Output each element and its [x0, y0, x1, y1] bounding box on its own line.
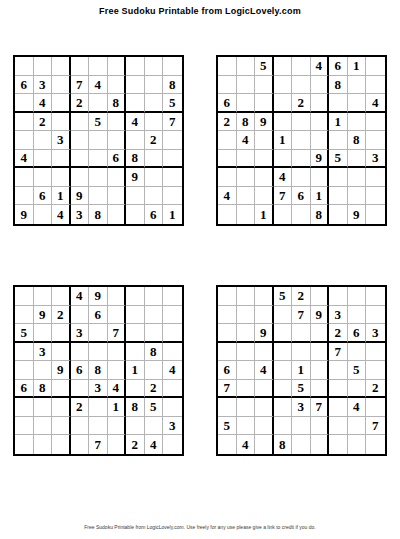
cell-r4c3 [52, 343, 71, 362]
cell-r6c3 [52, 380, 71, 399]
cell-r6c6: 6 [108, 150, 127, 169]
cell-r7c3 [255, 168, 274, 187]
cell-r6c8 [145, 150, 164, 169]
cell-r9c2 [34, 205, 53, 224]
cell-r3c5: 2 [292, 94, 311, 113]
cell-r1c4: 4 [71, 287, 90, 306]
cell-r3c9: 3 [366, 324, 385, 343]
cell-r4c8 [145, 113, 164, 132]
cell-r8c4: 9 [71, 187, 90, 206]
cell-r1c2 [34, 287, 53, 306]
cell-r8c5 [89, 417, 108, 436]
cell-r5c8: 5 [348, 361, 367, 380]
cell-r8c9: 3 [163, 417, 182, 436]
cell-r7c3 [255, 398, 274, 417]
cell-r4c7 [126, 343, 145, 362]
cell-r2c2: 9 [34, 306, 53, 325]
cell-r1c1 [218, 57, 237, 76]
cell-r2c5: 4 [89, 76, 108, 95]
sudoku-grid-bottom-right: 527939263764157523745748 [216, 285, 387, 456]
cell-r5c6 [108, 131, 127, 150]
cell-r4c5 [292, 113, 311, 132]
cell-r9c6 [108, 435, 127, 454]
cell-r3c6 [311, 94, 330, 113]
cell-r8c2 [34, 417, 53, 436]
cell-r5c4: 1 [274, 131, 293, 150]
cell-r9c7 [329, 435, 348, 454]
cell-r5c7: 1 [126, 361, 145, 380]
cell-r3c1: 5 [15, 324, 34, 343]
cell-r1c1 [15, 287, 34, 306]
cell-r1c8 [145, 287, 164, 306]
cell-r6c2 [237, 150, 256, 169]
cell-r1c9 [163, 287, 182, 306]
cell-r8c3 [255, 187, 274, 206]
cell-r1c7 [126, 57, 145, 76]
cell-r6c9 [163, 150, 182, 169]
cell-r4c2: 3 [34, 343, 53, 362]
cell-r8c5 [292, 417, 311, 436]
cell-r4c6 [108, 113, 127, 132]
cell-r6c7 [126, 380, 145, 399]
cell-r2c6 [311, 76, 330, 95]
cell-r2c3 [52, 76, 71, 95]
cell-r2c5 [292, 76, 311, 95]
cell-r6c4 [274, 380, 293, 399]
cell-r6c2 [34, 150, 53, 169]
cell-r5c6 [311, 131, 330, 150]
cell-r2c3 [255, 306, 274, 325]
cell-r1c3: 5 [255, 57, 274, 76]
cell-r8c9 [366, 187, 385, 206]
cell-r4c2: 8 [237, 113, 256, 132]
cell-r5c7 [329, 361, 348, 380]
cell-r8c6 [108, 417, 127, 436]
cell-r4c4 [71, 343, 90, 362]
cell-r9c9: 1 [163, 205, 182, 224]
cell-r5c8: 8 [348, 131, 367, 150]
cell-r2c7 [126, 306, 145, 325]
cell-r2c9 [366, 76, 385, 95]
cell-r8c1 [15, 417, 34, 436]
cell-r6c1: 6 [15, 380, 34, 399]
cell-r4c1 [218, 343, 237, 362]
sudoku-grid-top-right: 54618624289141895344761189 [216, 55, 387, 226]
cell-r6c4 [71, 150, 90, 169]
cell-r3c6: 8 [108, 94, 127, 113]
cell-r3c2: 4 [34, 94, 53, 113]
cell-r7c7: 9 [126, 168, 145, 187]
cell-r5c5: 8 [89, 361, 108, 380]
cell-r1c7 [329, 287, 348, 306]
cell-r3c7: 2 [329, 324, 348, 343]
cell-r9c3: 4 [52, 205, 71, 224]
cell-r8c3 [255, 417, 274, 436]
cell-r3c6: 7 [108, 324, 127, 343]
cell-r8c7 [126, 187, 145, 206]
cell-r9c8: 4 [145, 435, 164, 454]
cell-r2c1: 6 [15, 76, 34, 95]
cell-r6c5 [292, 150, 311, 169]
cell-r3c1: 6 [218, 94, 237, 113]
cell-r1c2 [237, 287, 256, 306]
cell-r2c1 [218, 306, 237, 325]
cell-r7c1 [218, 398, 237, 417]
cell-r9c3: 1 [255, 205, 274, 224]
cell-r8c4: 7 [274, 187, 293, 206]
page-title: Free Sudoku Printable from LogicLovely.c… [0, 6, 400, 16]
cell-r9c2 [34, 435, 53, 454]
cell-r5c7 [329, 131, 348, 150]
cell-r9c8 [348, 435, 367, 454]
cell-r1c1 [15, 57, 34, 76]
cell-r3c4: 3 [71, 324, 90, 343]
cell-r5c4 [71, 131, 90, 150]
cell-r7c5 [89, 398, 108, 417]
cell-r4c6 [108, 343, 127, 362]
cell-r1c7: 6 [329, 57, 348, 76]
cell-r2c4 [274, 306, 293, 325]
cell-r9c8: 9 [348, 205, 367, 224]
cell-r6c7: 8 [126, 150, 145, 169]
cell-r1c5 [89, 57, 108, 76]
cell-r5c6 [108, 361, 127, 380]
cell-r6c5: 5 [292, 380, 311, 399]
cell-r8c7 [329, 187, 348, 206]
cell-r3c1 [15, 94, 34, 113]
cell-r8c6: 1 [311, 187, 330, 206]
cell-r9c6 [108, 205, 127, 224]
cell-r9c4: 3 [71, 205, 90, 224]
cell-r4c6 [311, 343, 330, 362]
cell-r5c5 [292, 131, 311, 150]
cell-r1c8 [348, 287, 367, 306]
cell-r3c5 [89, 94, 108, 113]
cell-r6c2 [237, 380, 256, 399]
cell-r3c2 [237, 94, 256, 113]
cell-r2c8 [145, 76, 164, 95]
cell-r3c1 [218, 324, 237, 343]
cell-r2c4 [71, 306, 90, 325]
cell-r7c6 [108, 168, 127, 187]
cell-r4c3: 9 [255, 113, 274, 132]
cell-r2c2 [237, 76, 256, 95]
cell-r4c4 [274, 113, 293, 132]
cell-r2c5: 6 [89, 306, 108, 325]
cell-r4c1 [15, 343, 34, 362]
cell-r2c6 [108, 306, 127, 325]
cell-r8c4 [71, 417, 90, 436]
cell-r4c3 [52, 113, 71, 132]
cell-r3c4 [274, 94, 293, 113]
cell-r7c2 [237, 398, 256, 417]
cell-r4c2 [237, 343, 256, 362]
cell-r7c4 [274, 398, 293, 417]
cell-r5c3 [255, 131, 274, 150]
cell-r9c2 [237, 205, 256, 224]
cell-r9c7: 2 [126, 435, 145, 454]
cell-r7c9 [163, 168, 182, 187]
cell-r7c8 [348, 168, 367, 187]
cell-r6c8: 2 [145, 380, 164, 399]
cell-r8c3 [52, 417, 71, 436]
cell-r7c5: 3 [292, 398, 311, 417]
cell-r5c1: 6 [218, 361, 237, 380]
cell-r3c2 [34, 324, 53, 343]
cell-r5c2 [34, 131, 53, 150]
cell-r9c4 [274, 205, 293, 224]
cell-r6c9 [163, 380, 182, 399]
cell-r4c9 [366, 343, 385, 362]
cell-r3c3 [52, 94, 71, 113]
cell-r2c4 [274, 76, 293, 95]
sudoku-grid-top-left: 6374842852547324689619943861 [13, 55, 184, 226]
cell-r9c8: 6 [145, 205, 164, 224]
cell-r8c6 [311, 417, 330, 436]
cell-r9c5 [292, 435, 311, 454]
cell-r2c9 [366, 306, 385, 325]
cell-r9c7 [329, 205, 348, 224]
cell-r6c8 [348, 150, 367, 169]
cell-r8c5 [89, 187, 108, 206]
cell-r7c8: 4 [348, 398, 367, 417]
cell-r9c3 [255, 435, 274, 454]
cell-r7c2 [34, 168, 53, 187]
cell-r5c3: 3 [52, 131, 71, 150]
cell-r2c8 [145, 306, 164, 325]
cell-r3c8 [348, 94, 367, 113]
cell-r9c4 [71, 435, 90, 454]
cell-r5c5: 1 [292, 361, 311, 380]
cell-r6c1: 4 [15, 150, 34, 169]
cell-r3c8 [145, 94, 164, 113]
cell-r2c5: 7 [292, 306, 311, 325]
cell-r8c5: 6 [292, 187, 311, 206]
cell-r5c9 [366, 361, 385, 380]
cell-r6c1: 7 [218, 380, 237, 399]
cell-r8c2: 6 [34, 187, 53, 206]
cell-r8c1: 4 [218, 187, 237, 206]
cell-r6c5: 3 [89, 380, 108, 399]
cell-r6c6: 9 [311, 150, 330, 169]
cell-r5c8 [145, 361, 164, 380]
cell-r6c3 [255, 150, 274, 169]
cell-r1c6 [108, 57, 127, 76]
cell-r4c5 [89, 343, 108, 362]
cell-r4c5 [292, 343, 311, 362]
cell-r2c6: 9 [311, 306, 330, 325]
cell-r1c9 [163, 57, 182, 76]
cell-r2c7 [126, 76, 145, 95]
cell-r7c6: 1 [108, 398, 127, 417]
cell-r8c8 [348, 417, 367, 436]
cell-r6c3 [52, 150, 71, 169]
cell-r3c2 [237, 324, 256, 343]
cell-r3c6 [311, 324, 330, 343]
cell-r2c2 [237, 306, 256, 325]
cell-r4c8: 8 [145, 343, 164, 362]
cell-r5c4: 6 [71, 361, 90, 380]
cell-r4c2: 2 [34, 113, 53, 132]
cell-r8c4 [274, 417, 293, 436]
cell-r2c6 [108, 76, 127, 95]
cell-r4c1: 2 [218, 113, 237, 132]
cell-r7c4: 4 [274, 168, 293, 187]
cell-r4c4 [71, 113, 90, 132]
cell-r6c5 [89, 150, 108, 169]
cell-r4c4 [274, 343, 293, 362]
cell-r9c1 [218, 435, 237, 454]
cell-r2c8 [348, 306, 367, 325]
cell-r4c3 [255, 343, 274, 362]
cell-r6c7 [329, 380, 348, 399]
cell-r1c6: 4 [311, 57, 330, 76]
cell-r5c2 [34, 361, 53, 380]
cell-r7c7 [329, 398, 348, 417]
cell-r1c2 [34, 57, 53, 76]
cell-r1c6 [311, 287, 330, 306]
cell-r3c4 [274, 324, 293, 343]
sudoku-grid-bottom-left: 4992653738968146834221853724 [13, 285, 184, 456]
cell-r3c8 [145, 324, 164, 343]
cell-r7c4 [71, 168, 90, 187]
cell-r6c2: 8 [34, 380, 53, 399]
footer-credit: Free Sudoku Printable from LogicLovely.c… [0, 524, 400, 530]
cell-r3c7 [126, 324, 145, 343]
cell-r7c5 [89, 168, 108, 187]
cell-r9c2: 4 [237, 435, 256, 454]
cell-r4c7: 1 [329, 113, 348, 132]
cell-r9c9 [366, 205, 385, 224]
cell-r7c5 [292, 168, 311, 187]
cell-r3c7 [126, 94, 145, 113]
cell-r2c9 [163, 306, 182, 325]
cell-r8c6 [108, 187, 127, 206]
cell-r7c6: 7 [311, 398, 330, 417]
cell-r9c5: 8 [89, 205, 108, 224]
cell-r9c5: 7 [89, 435, 108, 454]
cell-r1c4: 5 [274, 287, 293, 306]
cell-r2c7: 8 [329, 76, 348, 95]
cell-r4c9 [366, 113, 385, 132]
cell-r7c7: 8 [126, 398, 145, 417]
cell-r6c4 [274, 150, 293, 169]
cell-r9c4: 8 [274, 435, 293, 454]
cell-r9c5 [292, 205, 311, 224]
cell-r5c6 [311, 361, 330, 380]
cell-r2c1 [218, 76, 237, 95]
cell-r2c3: 2 [52, 306, 71, 325]
cell-r4c7: 4 [126, 113, 145, 132]
cell-r7c8 [145, 168, 164, 187]
cell-r5c1 [15, 361, 34, 380]
cell-r7c2 [237, 168, 256, 187]
cell-r8c8 [145, 187, 164, 206]
cell-r2c1 [15, 306, 34, 325]
cell-r1c3 [52, 287, 71, 306]
cell-r9c6: 8 [311, 205, 330, 224]
cell-r9c9 [366, 435, 385, 454]
cell-r1c9 [366, 57, 385, 76]
cell-r8c3: 1 [52, 187, 71, 206]
cell-r3c7 [329, 94, 348, 113]
cell-r9c1 [15, 435, 34, 454]
cell-r3c5 [292, 324, 311, 343]
cell-r1c3 [52, 57, 71, 76]
cell-r9c7 [126, 205, 145, 224]
cell-r4c8 [348, 113, 367, 132]
cell-r2c3 [255, 76, 274, 95]
cell-r9c1 [218, 205, 237, 224]
cell-r7c9 [163, 398, 182, 417]
cell-r8c9 [163, 187, 182, 206]
cell-r1c4 [274, 57, 293, 76]
cell-r1c5 [292, 57, 311, 76]
cell-r8c7 [329, 417, 348, 436]
cell-r4c5: 5 [89, 113, 108, 132]
cell-r3c3 [255, 94, 274, 113]
cell-r3c9 [163, 324, 182, 343]
cell-r6c6 [311, 380, 330, 399]
cell-r5c9 [163, 131, 182, 150]
cell-r5c1 [218, 131, 237, 150]
cell-r6c8 [348, 380, 367, 399]
cell-r1c6 [108, 287, 127, 306]
cell-r6c7: 5 [329, 150, 348, 169]
cell-r7c2 [34, 398, 53, 417]
cell-r6c4 [71, 380, 90, 399]
cell-r5c4 [274, 361, 293, 380]
cell-r2c4: 7 [71, 76, 90, 95]
cell-r5c3: 4 [255, 361, 274, 380]
cell-r2c9: 8 [163, 76, 182, 95]
cell-r3c4: 2 [71, 94, 90, 113]
cell-r5c2 [237, 361, 256, 380]
cell-r4c6 [311, 113, 330, 132]
cell-r3c3 [52, 324, 71, 343]
cell-r2c7: 3 [329, 306, 348, 325]
cell-r8c1: 5 [218, 417, 237, 436]
cell-r6c9: 2 [366, 380, 385, 399]
cell-r8c9: 7 [366, 417, 385, 436]
cell-r5c5 [89, 131, 108, 150]
cell-r6c3 [255, 380, 274, 399]
cell-r8c1 [15, 187, 34, 206]
cell-r1c8: 1 [348, 57, 367, 76]
cell-r5c2: 4 [237, 131, 256, 150]
cell-r5c3: 9 [52, 361, 71, 380]
cell-r7c6 [311, 168, 330, 187]
cell-r8c7 [126, 417, 145, 436]
cell-r6c6: 4 [108, 380, 127, 399]
cell-r9c6 [311, 435, 330, 454]
page: Free Sudoku Printable from LogicLovely.c… [0, 0, 400, 539]
cell-r7c7 [329, 168, 348, 187]
cell-r7c9 [366, 398, 385, 417]
cell-r1c8 [145, 57, 164, 76]
cell-r7c3 [52, 398, 71, 417]
cell-r3c9: 4 [366, 94, 385, 113]
cell-r1c5: 2 [292, 287, 311, 306]
cell-r4c1 [15, 113, 34, 132]
cell-r6c1 [218, 150, 237, 169]
cell-r1c2 [237, 57, 256, 76]
cell-r7c1 [15, 398, 34, 417]
cell-r1c3 [255, 287, 274, 306]
cell-r5c8: 2 [145, 131, 164, 150]
cell-r3c9: 5 [163, 94, 182, 113]
cell-r4c8 [348, 343, 367, 362]
